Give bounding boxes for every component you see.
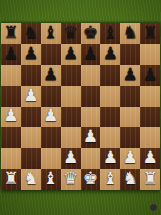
square-e6[interactable] xyxy=(81,65,101,86)
square-h6[interactable]: ♟ xyxy=(140,65,160,86)
square-g5[interactable] xyxy=(120,86,140,107)
square-a6[interactable] xyxy=(1,65,21,86)
white-king-piece[interactable]: ♚ xyxy=(83,170,98,187)
square-f3[interactable] xyxy=(100,127,120,148)
white-pawn-piece[interactable]: ♟ xyxy=(63,149,78,166)
square-g6[interactable]: ♟ xyxy=(120,65,140,86)
white-knight-piece[interactable]: ♞ xyxy=(123,170,138,187)
square-h4[interactable] xyxy=(140,107,160,128)
square-e8[interactable]: ♚ xyxy=(81,23,101,44)
white-queen-piece[interactable]: ♛ xyxy=(63,170,78,187)
square-a4[interactable]: ♟ xyxy=(1,107,21,128)
black-pawn-piece[interactable]: ♟ xyxy=(43,66,58,83)
square-e2[interactable] xyxy=(81,148,101,169)
square-c5[interactable] xyxy=(41,86,61,107)
square-d5[interactable] xyxy=(61,86,81,107)
black-queen-piece[interactable]: ♛ xyxy=(63,24,78,41)
white-pawn-piece[interactable]: ♟ xyxy=(23,87,38,104)
white-bishop-piece[interactable]: ♝ xyxy=(43,170,58,187)
square-c1[interactable]: ♝ xyxy=(41,169,61,190)
square-a7[interactable]: ♟ xyxy=(1,44,21,65)
square-f6[interactable] xyxy=(100,65,120,86)
black-pawn-piece[interactable]: ♟ xyxy=(123,66,138,83)
black-rook-piece[interactable]: ♜ xyxy=(3,24,18,41)
square-e4[interactable] xyxy=(81,107,101,128)
square-d1[interactable]: ♛ xyxy=(61,169,81,190)
square-g2[interactable]: ♟ xyxy=(120,148,140,169)
square-b8[interactable]: ♞ xyxy=(21,23,41,44)
square-b4[interactable] xyxy=(21,107,41,128)
square-e1[interactable]: ♚ xyxy=(81,169,101,190)
square-f2[interactable]: ♟ xyxy=(100,148,120,169)
square-e7[interactable]: ♟ xyxy=(81,44,101,65)
square-d8[interactable]: ♛ xyxy=(61,23,81,44)
square-a5[interactable] xyxy=(1,86,21,107)
square-a8[interactable]: ♜ xyxy=(1,23,21,44)
black-pawn-piece[interactable]: ♟ xyxy=(103,45,118,62)
white-pawn-piece[interactable]: ♟ xyxy=(103,149,118,166)
black-rook-piece[interactable]: ♜ xyxy=(142,24,157,41)
square-e3[interactable]: ♟ xyxy=(81,127,101,148)
square-c4[interactable]: ♟ xyxy=(41,107,61,128)
square-c6[interactable]: ♟ xyxy=(41,65,61,86)
black-knight-piece[interactable]: ♞ xyxy=(123,24,138,41)
square-c8[interactable]: ♝ xyxy=(41,23,61,44)
square-c2[interactable] xyxy=(41,148,61,169)
black-king-piece[interactable]: ♚ xyxy=(83,24,98,41)
black-pawn-piece[interactable]: ♟ xyxy=(63,45,78,62)
chess-board[interactable]: ♜♞♝♛♚♝♞♜♟♟♟♟♟♟♟♟♟♟♟♟♟♟♟♟♜♞♝♛♚♝♞♜ xyxy=(1,23,160,190)
square-h3[interactable] xyxy=(140,127,160,148)
black-pawn-piece[interactable]: ♟ xyxy=(3,45,18,62)
black-pawn-piece[interactable]: ♟ xyxy=(83,45,98,62)
square-b3[interactable] xyxy=(21,127,41,148)
square-g8[interactable]: ♞ xyxy=(120,23,140,44)
square-h1[interactable]: ♜ xyxy=(140,169,160,190)
square-f1[interactable]: ♝ xyxy=(100,169,120,190)
white-rook-piece[interactable]: ♜ xyxy=(3,170,18,187)
black-knight-piece[interactable]: ♞ xyxy=(23,24,38,41)
square-b1[interactable]: ♞ xyxy=(21,169,41,190)
square-f8[interactable]: ♝ xyxy=(100,23,120,44)
square-h8[interactable]: ♜ xyxy=(140,23,160,44)
white-pawn-piece[interactable]: ♟ xyxy=(83,128,98,145)
white-pawn-piece[interactable]: ♟ xyxy=(3,107,18,124)
game-table-background: ♜♞♝♛♚♝♞♜♟♟♟♟♟♟♟♟♟♟♟♟♟♟♟♟♜♞♝♛♚♝♞♜ xyxy=(0,0,161,215)
square-b2[interactable] xyxy=(21,148,41,169)
white-rook-piece[interactable]: ♜ xyxy=(142,170,157,187)
square-c7[interactable] xyxy=(41,44,61,65)
square-d2[interactable]: ♟ xyxy=(61,148,81,169)
square-g7[interactable] xyxy=(120,44,140,65)
square-h7[interactable] xyxy=(140,44,160,65)
square-b5[interactable]: ♟ xyxy=(21,86,41,107)
square-a3[interactable] xyxy=(1,127,21,148)
square-d4[interactable] xyxy=(61,107,81,128)
square-f4[interactable] xyxy=(100,107,120,128)
white-bishop-piece[interactable]: ♝ xyxy=(103,170,118,187)
square-f7[interactable]: ♟ xyxy=(100,44,120,65)
square-b6[interactable] xyxy=(21,65,41,86)
white-knight-piece[interactable]: ♞ xyxy=(23,170,38,187)
square-h5[interactable] xyxy=(140,86,160,107)
settings-icon[interactable] xyxy=(150,204,157,211)
white-pawn-piece[interactable]: ♟ xyxy=(123,149,138,166)
square-a2[interactable] xyxy=(1,148,21,169)
square-e5[interactable] xyxy=(81,86,101,107)
square-a1[interactable]: ♜ xyxy=(1,169,21,190)
square-h2[interactable]: ♟ xyxy=(140,148,160,169)
black-pawn-piece[interactable]: ♟ xyxy=(23,45,38,62)
square-d6[interactable] xyxy=(61,65,81,86)
square-d3[interactable] xyxy=(61,127,81,148)
square-f5[interactable] xyxy=(100,86,120,107)
square-g3[interactable] xyxy=(120,127,140,148)
square-g1[interactable]: ♞ xyxy=(120,169,140,190)
square-b7[interactable]: ♟ xyxy=(21,44,41,65)
black-bishop-piece[interactable]: ♝ xyxy=(103,24,118,41)
square-c3[interactable] xyxy=(41,127,61,148)
black-pawn-piece[interactable]: ♟ xyxy=(142,66,157,83)
black-bishop-piece[interactable]: ♝ xyxy=(43,24,58,41)
square-d7[interactable]: ♟ xyxy=(61,44,81,65)
white-pawn-piece[interactable]: ♟ xyxy=(43,107,58,124)
white-pawn-piece[interactable]: ♟ xyxy=(142,149,157,166)
square-g4[interactable] xyxy=(120,107,140,128)
